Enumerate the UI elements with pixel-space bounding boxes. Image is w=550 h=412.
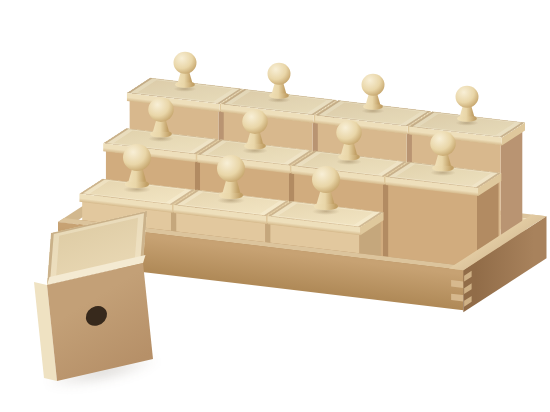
scene — [0, 0, 550, 412]
sound-hole — [85, 304, 108, 328]
removed-box-layer — [0, 0, 550, 412]
